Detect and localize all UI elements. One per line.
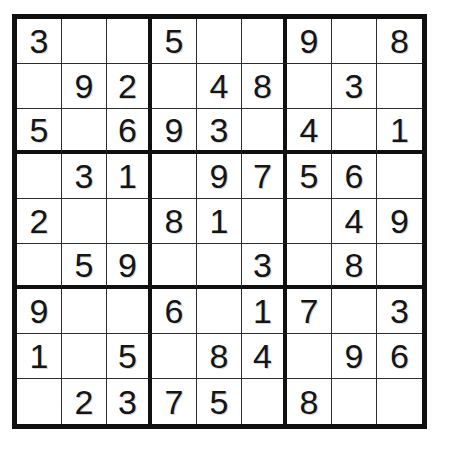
cell-r2c4[interactable] (152, 64, 197, 109)
cell-r9c3: 3 (107, 379, 152, 424)
cell-r2c8: 3 (332, 64, 377, 109)
cell-r9c7: 8 (287, 379, 332, 424)
cell-r6c4[interactable] (152, 244, 197, 289)
cell-r1c6[interactable] (242, 19, 287, 64)
cell-r1c7: 9 (287, 19, 332, 64)
cell-r5c4: 8 (152, 199, 197, 244)
cell-r6c6: 3 (242, 244, 287, 289)
cell-r7c9: 3 (377, 289, 422, 334)
cell-r3c2[interactable] (62, 109, 107, 154)
cell-r4c2: 3 (62, 154, 107, 199)
cell-r8c8: 9 (332, 334, 377, 379)
cell-r9c4: 7 (152, 379, 197, 424)
cell-r3c9: 1 (377, 109, 422, 154)
cell-r3c5: 3 (197, 109, 242, 154)
cell-r4c5: 9 (197, 154, 242, 199)
cell-r4c6: 7 (242, 154, 287, 199)
cell-r6c3: 9 (107, 244, 152, 289)
cell-r1c2[interactable] (62, 19, 107, 64)
sudoku-page: 3598924835693413197562814959389617315849… (0, 0, 450, 452)
cell-r4c3: 1 (107, 154, 152, 199)
cell-r3c6[interactable] (242, 109, 287, 154)
cell-r1c4: 5 (152, 19, 197, 64)
cell-r2c6: 8 (242, 64, 287, 109)
cell-r4c9[interactable] (377, 154, 422, 199)
sudoku-board: 3598924835693413197562814959389617315849… (12, 14, 427, 429)
cell-r7c5[interactable] (197, 289, 242, 334)
cell-r5c8: 4 (332, 199, 377, 244)
cell-r8c7[interactable] (287, 334, 332, 379)
cell-r6c5[interactable] (197, 244, 242, 289)
cell-r5c7[interactable] (287, 199, 332, 244)
cell-r1c8[interactable] (332, 19, 377, 64)
cell-r8c6: 4 (242, 334, 287, 379)
cell-r6c2: 5 (62, 244, 107, 289)
cell-r6c9[interactable] (377, 244, 422, 289)
cell-r9c2: 2 (62, 379, 107, 424)
cell-r5c1: 2 (17, 199, 62, 244)
cell-r7c1: 9 (17, 289, 62, 334)
cell-r2c1[interactable] (17, 64, 62, 109)
cell-r8c4[interactable] (152, 334, 197, 379)
cell-r4c4[interactable] (152, 154, 197, 199)
cell-r5c2[interactable] (62, 199, 107, 244)
cell-r2c2: 9 (62, 64, 107, 109)
cell-r7c7: 7 (287, 289, 332, 334)
cell-r3c3: 6 (107, 109, 152, 154)
cell-r7c8[interactable] (332, 289, 377, 334)
cell-r4c7: 5 (287, 154, 332, 199)
cell-r2c5: 4 (197, 64, 242, 109)
cell-r3c7: 4 (287, 109, 332, 154)
cell-r8c2[interactable] (62, 334, 107, 379)
cell-r9c5: 5 (197, 379, 242, 424)
cell-r5c3[interactable] (107, 199, 152, 244)
cell-r2c7[interactable] (287, 64, 332, 109)
cell-r1c3[interactable] (107, 19, 152, 64)
cell-r4c1[interactable] (17, 154, 62, 199)
cell-r1c5[interactable] (197, 19, 242, 64)
cell-r8c9: 6 (377, 334, 422, 379)
cell-r5c9: 9 (377, 199, 422, 244)
cell-r7c4: 6 (152, 289, 197, 334)
cell-r8c5: 8 (197, 334, 242, 379)
cell-r1c1: 3 (17, 19, 62, 64)
cell-r5c6[interactable] (242, 199, 287, 244)
cell-r7c3[interactable] (107, 289, 152, 334)
cell-r4c8: 6 (332, 154, 377, 199)
cell-r9c9[interactable] (377, 379, 422, 424)
cell-r8c1: 1 (17, 334, 62, 379)
cell-r9c1[interactable] (17, 379, 62, 424)
cell-r7c6: 1 (242, 289, 287, 334)
cell-r9c8[interactable] (332, 379, 377, 424)
cell-r3c8[interactable] (332, 109, 377, 154)
cell-r3c1: 5 (17, 109, 62, 154)
cell-r6c8: 8 (332, 244, 377, 289)
cell-r2c3: 2 (107, 64, 152, 109)
cell-r7c2[interactable] (62, 289, 107, 334)
cell-r6c1[interactable] (17, 244, 62, 289)
cell-r3c4: 9 (152, 109, 197, 154)
cell-r5c5: 1 (197, 199, 242, 244)
cell-r1c9: 8 (377, 19, 422, 64)
cell-r6c7[interactable] (287, 244, 332, 289)
cell-r2c9[interactable] (377, 64, 422, 109)
cell-r9c6[interactable] (242, 379, 287, 424)
cell-r8c3: 5 (107, 334, 152, 379)
